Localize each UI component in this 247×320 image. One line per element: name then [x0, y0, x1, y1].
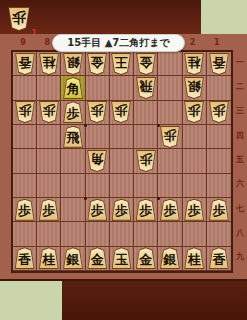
piece-kanji: 歩 — [188, 204, 201, 217]
rank-labels: 一二三四五六七八九 — [233, 50, 247, 269]
piece-face: 歩 — [64, 102, 83, 122]
piece-face: 桂 — [39, 54, 58, 74]
piece-gote-bishop[interactable]: 角 — [87, 150, 108, 172]
square-5-7[interactable]: 歩 — [110, 198, 134, 222]
rank-label-6: 六 — [233, 172, 247, 196]
piece-sente-pawn[interactable]: 歩 — [111, 199, 132, 221]
piece-face: 香 — [15, 54, 34, 74]
piece-face: 歩 — [88, 102, 107, 122]
square-2-6[interactable] — [183, 174, 207, 198]
piece-kanji: 角 — [67, 82, 80, 95]
piece-face: 銀 — [185, 78, 204, 98]
piece-kanji: 歩 — [18, 105, 31, 118]
piece-face: 金 — [136, 248, 155, 268]
piece-face: 歩 — [39, 102, 58, 122]
square-4-7[interactable]: 歩 — [134, 198, 158, 222]
piece-kanji: 飛 — [67, 131, 80, 144]
square-9-4[interactable] — [13, 125, 37, 149]
piece-face: 歩 — [9, 8, 30, 30]
rank-label-1: 一 — [233, 50, 247, 74]
square-5-1[interactable]: 王 — [110, 52, 134, 76]
piece-kanji: 歩 — [163, 204, 176, 217]
piece-sente-silver[interactable]: 銀 — [63, 247, 84, 269]
square-1-7[interactable]: 歩 — [207, 198, 231, 222]
piece-face: 歩 — [185, 200, 204, 220]
square-5-9[interactable]: 玉 — [110, 247, 134, 271]
piece-face: 歩 — [15, 200, 34, 220]
square-8-5[interactable] — [37, 149, 61, 173]
piece-face: 角 — [88, 151, 107, 171]
piece-face: 桂 — [185, 248, 204, 268]
square-4-5[interactable]: 歩 — [134, 149, 158, 173]
piece-sente-pawn[interactable]: 歩 — [208, 199, 229, 221]
square-5-2[interactable] — [110, 76, 134, 100]
piece-kanji: 桂 — [188, 56, 201, 69]
square-6-3[interactable]: 歩 — [86, 101, 110, 125]
piece-sente-pawn[interactable]: 歩 — [38, 199, 59, 221]
piece-sente-knight[interactable]: 桂 — [38, 247, 59, 269]
square-1-3[interactable]: 歩 — [207, 101, 231, 125]
rank-label-7: 七 — [233, 196, 247, 220]
piece-face: 歩 — [112, 200, 131, 220]
hoshi-dot — [157, 197, 160, 200]
piece-sente-lance[interactable]: 香 — [14, 247, 35, 269]
piece-kanji: 金 — [91, 56, 104, 69]
piece-kanji: 歩 — [42, 105, 55, 118]
piece-kanji: 歩 — [115, 204, 128, 217]
square-6-1[interactable]: 金 — [86, 52, 110, 76]
square-1-2[interactable] — [207, 76, 231, 100]
piece-face: 歩 — [136, 151, 155, 171]
square-1-4[interactable] — [207, 125, 231, 149]
square-3-3[interactable] — [158, 101, 182, 125]
piece-face: 銀 — [64, 54, 83, 74]
sente-hand-tray — [62, 281, 247, 320]
piece-face: 金 — [136, 54, 155, 74]
piece-sente-gold[interactable]: 金 — [135, 247, 156, 269]
square-3-4[interactable]: 歩 — [158, 125, 182, 149]
piece-gote-king[interactable]: 王 — [111, 53, 132, 75]
piece-sente-pawn[interactable]: 歩 — [184, 199, 205, 221]
piece-kanji: 歩 — [42, 204, 55, 217]
square-3-9[interactable]: 銀 — [158, 247, 182, 271]
square-4-4[interactable] — [134, 125, 158, 149]
square-3-7[interactable]: 歩 — [158, 198, 182, 222]
piece-face: 歩 — [136, 200, 155, 220]
piece-sente-knight[interactable]: 桂 — [184, 247, 205, 269]
piece-gote-pawn[interactable]: 歩 — [208, 101, 229, 123]
rank-label-2: 二 — [233, 74, 247, 98]
square-1-9[interactable]: 香 — [207, 247, 231, 271]
square-5-4[interactable] — [110, 125, 134, 149]
piece-face: 歩 — [112, 102, 131, 122]
piece-gote-pawn[interactable]: 歩 — [111, 101, 132, 123]
square-3-2[interactable] — [158, 76, 182, 100]
background-corner-top-right — [201, 0, 247, 34]
square-2-5[interactable] — [183, 149, 207, 173]
square-7-5[interactable] — [61, 149, 85, 173]
piece-face: 歩 — [209, 200, 228, 220]
piece-gote-lance[interactable]: 香 — [208, 53, 229, 75]
piece-kanji: 銀 — [163, 253, 176, 266]
piece-face: 飛 — [136, 78, 155, 98]
square-5-5[interactable] — [110, 149, 134, 173]
piece-sente-gold[interactable]: 金 — [87, 247, 108, 269]
square-8-2[interactable] — [37, 76, 61, 100]
piece-gote-pawn[interactable]: 歩 — [87, 101, 108, 123]
square-8-6[interactable] — [37, 174, 61, 198]
piece-face: 歩 — [15, 102, 34, 122]
piece-gote-lance[interactable]: 香 — [14, 53, 35, 75]
piece-kanji: 桂 — [42, 253, 55, 266]
piece-gote-pawn[interactable]: 歩 — [38, 101, 59, 123]
square-9-3[interactable]: 歩 — [13, 101, 37, 125]
piece-kanji: 歩 — [139, 153, 152, 166]
piece-face: 歩 — [88, 200, 107, 220]
square-4-1[interactable]: 金 — [134, 52, 158, 76]
piece-face: 香 — [209, 54, 228, 74]
background-corner-bottom-left — [0, 281, 62, 320]
piece-face: 角 — [64, 78, 83, 98]
square-1-8[interactable] — [207, 222, 231, 246]
square-6-9[interactable]: 金 — [86, 247, 110, 271]
square-4-3[interactable] — [134, 101, 158, 125]
piece-kanji: 飛 — [139, 80, 152, 93]
square-8-8[interactable] — [37, 222, 61, 246]
piece-gote-silver[interactable]: 銀 — [184, 77, 205, 99]
piece-face: 歩 — [39, 200, 58, 220]
square-1-5[interactable] — [207, 149, 231, 173]
piece-kanji: 歩 — [212, 105, 225, 118]
square-7-7[interactable] — [61, 198, 85, 222]
piece-gote-pawn[interactable]: 歩 — [159, 126, 180, 148]
piece-gote-pawn[interactable]: 歩 — [14, 101, 35, 123]
piece-sente-pawn[interactable]: 歩 — [159, 199, 180, 221]
piece-kanji: 歩 — [91, 204, 104, 217]
square-7-8[interactable] — [61, 222, 85, 246]
rank-label-8: 八 — [233, 220, 247, 244]
square-8-4[interactable] — [37, 125, 61, 149]
square-4-8[interactable] — [134, 222, 158, 246]
piece-face: 銀 — [64, 248, 83, 268]
piece-gote-pawn[interactable]: 歩 — [8, 7, 31, 31]
piece-kanji: 桂 — [188, 253, 201, 266]
square-2-4[interactable] — [183, 125, 207, 149]
piece-kanji: 歩 — [67, 107, 80, 120]
piece-gote-knight[interactable]: 桂 — [184, 53, 205, 75]
square-9-9[interactable]: 香 — [13, 247, 37, 271]
piece-kanji: 王 — [115, 56, 128, 69]
shogi-board: 香桂銀金王金桂香角飛銀歩歩歩歩歩歩歩飛歩角歩歩歩歩歩歩歩歩歩香桂銀金玉金銀桂香 — [11, 50, 233, 273]
file-label-1: 1 — [205, 36, 229, 49]
piece-face: 銀 — [160, 248, 179, 268]
piece-face: 王 — [112, 54, 131, 74]
square-6-4[interactable] — [86, 125, 110, 149]
piece-face: 桂 — [39, 248, 58, 268]
square-8-3[interactable]: 歩 — [37, 101, 61, 125]
square-9-8[interactable] — [13, 222, 37, 246]
piece-sente-pawn[interactable]: 歩 — [87, 199, 108, 221]
gote-hand-tray: 歩1 — [0, 0, 201, 34]
piece-sente-pawn[interactable]: 歩 — [135, 199, 156, 221]
piece-gote-silver[interactable]: 銀 — [63, 53, 84, 75]
square-2-8[interactable] — [183, 222, 207, 246]
square-8-7[interactable]: 歩 — [37, 198, 61, 222]
square-2-3[interactable]: 歩 — [183, 101, 207, 125]
piece-face: 桂 — [185, 54, 204, 74]
square-7-2[interactable]: 角 — [61, 76, 85, 100]
piece-kanji: 歩 — [188, 105, 201, 118]
piece-sente-pawn[interactable]: 歩 — [14, 199, 35, 221]
piece-kanji: 歩 — [139, 204, 152, 217]
piece-face: 歩 — [160, 200, 179, 220]
square-3-6[interactable] — [158, 174, 182, 198]
square-9-2[interactable] — [13, 76, 37, 100]
piece-face: 金 — [88, 54, 107, 74]
square-7-1[interactable]: 銀 — [61, 52, 85, 76]
shogi-app: 歩1 987654321 一二三四五六七八九 香桂銀金王金桂香角飛銀歩歩歩歩歩歩… — [0, 0, 247, 320]
piece-kanji: 桂 — [42, 56, 55, 69]
hoshi-dot — [84, 197, 87, 200]
rank-label-5: 五 — [233, 147, 247, 171]
piece-kanji: 銀 — [67, 253, 80, 266]
square-7-3[interactable]: 歩 — [61, 101, 85, 125]
piece-kanji: 香 — [212, 56, 225, 69]
piece-face: 玉 — [112, 248, 131, 268]
piece-kanji: 香 — [18, 253, 31, 266]
square-6-2[interactable] — [86, 76, 110, 100]
square-1-6[interactable] — [207, 174, 231, 198]
piece-kanji: 歩 — [91, 105, 104, 118]
piece-gote-rook[interactable]: 飛 — [135, 77, 156, 99]
piece-sente-rook[interactable]: 飛 — [63, 126, 84, 148]
piece-face: 歩 — [209, 102, 228, 122]
square-3-1[interactable] — [158, 52, 182, 76]
square-6-7[interactable]: 歩 — [86, 198, 110, 222]
piece-gote-gold[interactable]: 金 — [87, 53, 108, 75]
piece-kanji: 香 — [212, 253, 225, 266]
square-6-8[interactable] — [86, 222, 110, 246]
piece-sente-lance[interactable]: 香 — [208, 247, 229, 269]
piece-gote-pawn[interactable]: 歩 — [135, 150, 156, 172]
piece-kanji: 金 — [139, 56, 152, 69]
piece-sente-bishop[interactable]: 角 — [63, 77, 84, 99]
square-5-6[interactable] — [110, 174, 134, 198]
square-5-3[interactable]: 歩 — [110, 101, 134, 125]
square-8-9[interactable]: 桂 — [37, 247, 61, 271]
hoshi-dot — [84, 124, 87, 127]
square-9-6[interactable] — [13, 174, 37, 198]
hoshi-dot — [157, 124, 160, 127]
piece-face: 歩 — [185, 102, 204, 122]
square-6-5[interactable]: 角 — [86, 149, 110, 173]
square-8-1[interactable]: 桂 — [37, 52, 61, 76]
piece-gote-gold[interactable]: 金 — [135, 53, 156, 75]
piece-kanji: 歩 — [163, 129, 176, 142]
square-9-5[interactable] — [13, 149, 37, 173]
square-9-7[interactable]: 歩 — [13, 198, 37, 222]
piece-gote-knight[interactable]: 桂 — [38, 53, 59, 75]
piece-kanji: 銀 — [188, 80, 201, 93]
rank-label-9: 九 — [233, 245, 247, 269]
square-5-8[interactable] — [110, 222, 134, 246]
piece-kanji: 金 — [139, 253, 152, 266]
piece-sente-silver[interactable]: 銀 — [159, 247, 180, 269]
piece-kanji: 歩 — [212, 204, 225, 217]
piece-face: 香 — [15, 248, 34, 268]
square-2-7[interactable]: 歩 — [183, 198, 207, 222]
square-2-2[interactable]: 銀 — [183, 76, 207, 100]
piece-face: 香 — [209, 248, 228, 268]
square-4-2[interactable]: 飛 — [134, 76, 158, 100]
square-9-1[interactable]: 香 — [13, 52, 37, 76]
piece-sente-pawn[interactable]: 歩 — [63, 101, 84, 123]
board-panel: 987654321 一二三四五六七八九 香桂銀金王金桂香角飛銀歩歩歩歩歩歩歩飛歩… — [0, 34, 247, 281]
piece-sente-king[interactable]: 玉 — [111, 247, 132, 269]
piece-kanji: 香 — [18, 56, 31, 69]
square-3-5[interactable] — [158, 149, 182, 173]
square-6-6[interactable] — [86, 174, 110, 198]
piece-kanji: 歩 — [12, 11, 26, 25]
square-2-9[interactable]: 桂 — [183, 247, 207, 271]
file-label-9: 9 — [11, 36, 35, 49]
piece-face: 歩 — [160, 127, 179, 147]
move-indicator-tooltip: 15手目 ▲7二角打まで — [52, 34, 185, 52]
square-3-8[interactable] — [158, 222, 182, 246]
square-7-4[interactable]: 飛 — [61, 125, 85, 149]
square-4-6[interactable] — [134, 174, 158, 198]
piece-face: 飛 — [64, 127, 83, 147]
square-7-9[interactable]: 銀 — [61, 247, 85, 271]
square-2-1[interactable]: 桂 — [183, 52, 207, 76]
piece-gote-pawn[interactable]: 歩 — [184, 101, 205, 123]
square-4-9[interactable]: 金 — [134, 247, 158, 271]
rank-label-4: 四 — [233, 123, 247, 147]
piece-kanji: 歩 — [18, 204, 31, 217]
piece-kanji: 金 — [91, 253, 104, 266]
piece-kanji: 角 — [91, 153, 104, 166]
square-7-6[interactable] — [61, 174, 85, 198]
piece-kanji: 歩 — [115, 105, 128, 118]
rank-label-3: 三 — [233, 99, 247, 123]
piece-face: 金 — [88, 248, 107, 268]
piece-kanji: 銀 — [67, 56, 80, 69]
piece-kanji: 玉 — [115, 253, 128, 266]
square-1-1[interactable]: 香 — [207, 52, 231, 76]
